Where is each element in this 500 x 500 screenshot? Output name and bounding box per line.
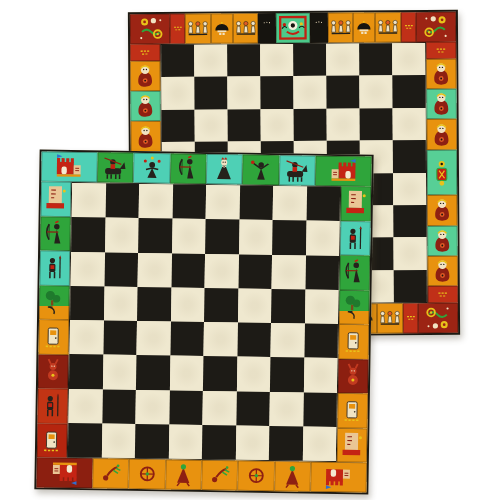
- board-square: [235, 425, 269, 460]
- board-square: [170, 321, 204, 356]
- marks-icon: [131, 45, 159, 61]
- border-tile-doll: [130, 61, 160, 92]
- board-square: [238, 254, 272, 289]
- board-square: [137, 287, 171, 322]
- border-tile-acro2: [238, 461, 275, 492]
- juggler-icon: [135, 154, 169, 182]
- doll-icon: [428, 196, 456, 224]
- border-tile-king: [206, 154, 243, 185]
- rabbit-icon: [39, 355, 67, 387]
- border-tile-acro1: [201, 460, 238, 491]
- acro2-icon: [239, 462, 273, 490]
- board-square: [236, 357, 270, 392]
- board-square: [260, 76, 293, 109]
- board-square: [269, 426, 303, 461]
- board-square: [237, 323, 271, 358]
- board-square: [171, 253, 205, 288]
- board-square: [272, 255, 306, 290]
- board-square: [169, 390, 203, 425]
- board-square: [72, 183, 106, 218]
- acro3-icon: [275, 462, 309, 490]
- border-tile-dollsRow: [377, 303, 403, 333]
- archer-icon: [341, 257, 369, 289]
- border-tile-dollsRow: [327, 13, 353, 43]
- border-tile-blackdots: [310, 13, 327, 43]
- board-square: [161, 45, 194, 78]
- dollsRow-icon: [233, 14, 257, 42]
- board-square: [205, 219, 239, 254]
- archer-icon: [41, 217, 69, 249]
- corner-tile-tl: [130, 14, 170, 44]
- board-square: [393, 173, 426, 206]
- vase-icon: [428, 151, 456, 193]
- board-border-left: [37, 181, 71, 457]
- rider-icon: [99, 154, 133, 182]
- doll-icon: [428, 120, 456, 148]
- border-tile-rabbit: [38, 354, 69, 389]
- border-tile-door: [38, 319, 69, 354]
- board-square: [204, 288, 238, 323]
- board-square: [271, 289, 305, 324]
- border-tile-acro1: [92, 458, 129, 489]
- play-area: [67, 182, 341, 462]
- border-tile-marks: [170, 14, 185, 44]
- acro2-icon: [130, 460, 164, 488]
- board-square: [139, 184, 173, 219]
- castle-icon: [43, 153, 95, 181]
- border-tile-blackdots: [258, 13, 275, 43]
- border-tile-archer: [40, 216, 71, 251]
- board-border-bottom: [36, 457, 366, 492]
- border-tile-archer: [340, 255, 371, 290]
- border-tile-doll: [427, 225, 457, 256]
- border-tile-tree: [39, 285, 70, 320]
- border-tile-vase: [427, 150, 457, 196]
- board-border-right: [337, 186, 371, 462]
- board-square: [103, 320, 137, 355]
- board-square: [102, 355, 136, 390]
- board-square: [392, 75, 425, 108]
- board-square: [70, 286, 104, 321]
- board-square: [168, 424, 202, 459]
- border-tile-dollsRow: [375, 12, 401, 42]
- border-tile-rider: [279, 155, 316, 186]
- board-square: [169, 356, 203, 391]
- border-tile-castleBase: [337, 428, 368, 463]
- dollsRow-icon: [378, 304, 402, 332]
- board-square: [104, 286, 138, 321]
- board-square: [202, 425, 236, 460]
- board-square: [227, 44, 260, 77]
- castle-icon: [317, 157, 369, 185]
- product-photo-stage: [0, 0, 500, 500]
- border-tile-jester: [242, 155, 279, 186]
- marks-icon: [429, 287, 457, 303]
- tree-icon: [40, 286, 68, 318]
- front-board: [34, 149, 373, 494]
- border-tile-door: [37, 423, 68, 458]
- board-square: [237, 288, 271, 323]
- board-square: [306, 221, 340, 256]
- doll-icon: [427, 60, 455, 88]
- board-square: [205, 254, 239, 289]
- rider-icon: [280, 156, 314, 184]
- board-square: [171, 287, 205, 322]
- doll-icon: [429, 257, 457, 285]
- dollsRow-icon: [376, 13, 400, 41]
- soldier-icon: [39, 390, 67, 422]
- board-square: [270, 357, 304, 392]
- board-square: [195, 109, 228, 142]
- castle-icon: [39, 459, 91, 487]
- board-square: [326, 44, 359, 77]
- board-square: [260, 44, 293, 77]
- board-square: [272, 220, 306, 255]
- door-icon: [339, 395, 367, 427]
- soldier-icon: [341, 222, 369, 254]
- border-tile-doll: [427, 119, 457, 150]
- board-square: [261, 109, 294, 142]
- border-tile-soldier: [40, 250, 71, 285]
- board-square: [270, 323, 304, 358]
- border-tile-doll: [428, 256, 458, 287]
- corner-tile-tl: [41, 151, 97, 182]
- king-icon: [208, 155, 242, 183]
- board-border-top: [130, 12, 456, 44]
- board-square: [304, 324, 338, 359]
- acro1-icon: [203, 461, 237, 489]
- doll-icon: [131, 62, 159, 90]
- board-square: [273, 186, 307, 221]
- tree-icon: [340, 291, 368, 323]
- marks-icon: [427, 43, 455, 59]
- doll-icon: [429, 227, 457, 255]
- border-tile-dome: [211, 13, 233, 43]
- swirl-icon: [131, 15, 168, 43]
- board-square: [394, 270, 427, 303]
- board-square: [102, 389, 136, 424]
- border-tile-dollsRow: [232, 13, 258, 43]
- board-square: [105, 183, 139, 218]
- board-square: [138, 252, 172, 287]
- board-square: [359, 43, 392, 76]
- border-tile-rabbit: [338, 359, 369, 394]
- doll-icon: [132, 92, 160, 120]
- door-icon: [40, 321, 68, 353]
- castleBase-icon: [342, 188, 370, 220]
- jester-icon: [244, 156, 278, 184]
- border-tile-dollsRow: [185, 14, 211, 44]
- border-tile-door: [338, 324, 369, 359]
- dollsRow-icon: [186, 15, 210, 43]
- dome-icon: [354, 14, 374, 42]
- rabbit-icon: [339, 360, 367, 392]
- corner-tile-br: [418, 303, 458, 333]
- border-tile-marks: [130, 44, 160, 61]
- border-tile-rider: [97, 152, 134, 183]
- board-square: [392, 43, 425, 76]
- board-square: [206, 185, 240, 220]
- door-icon: [340, 326, 368, 358]
- board-square: [293, 44, 326, 77]
- board-square: [305, 255, 339, 290]
- marks-icon: [403, 304, 417, 332]
- board-square: [194, 44, 227, 77]
- doll-icon: [132, 123, 160, 151]
- board-square: [239, 186, 273, 221]
- eye-icon: [277, 14, 309, 42]
- corner-tile-bl: [36, 457, 92, 488]
- corner-tile-tr: [416, 12, 456, 42]
- soldier-icon: [41, 252, 69, 284]
- board-square: [203, 322, 237, 357]
- board-square: [69, 354, 103, 389]
- board-square: [138, 218, 172, 253]
- border-tile-tree: [339, 290, 370, 325]
- board-square: [68, 423, 102, 458]
- board-square: [302, 426, 336, 461]
- border-tile-castleBase: [41, 181, 72, 216]
- board-square: [303, 358, 337, 393]
- board-square: [69, 320, 103, 355]
- board-square: [393, 108, 426, 141]
- board-square: [71, 217, 105, 252]
- board-square: [172, 184, 206, 219]
- border-tile-marks: [428, 286, 458, 303]
- board-square: [136, 355, 170, 390]
- board-square: [326, 76, 359, 109]
- board-square: [227, 77, 260, 110]
- dome-icon: [212, 15, 232, 43]
- border-tile-marks: [426, 42, 456, 59]
- border-tile-acro3: [165, 459, 202, 490]
- board-border-top: [41, 151, 371, 186]
- castle-icon: [313, 463, 365, 491]
- board-square: [172, 219, 206, 254]
- board-square: [303, 392, 337, 427]
- board-square: [203, 356, 237, 391]
- board-square: [135, 424, 169, 459]
- board-square: [269, 392, 303, 427]
- border-tile-archer: [170, 153, 207, 184]
- corner-tile-br: [310, 462, 366, 493]
- board-square: [202, 390, 236, 425]
- border-tile-doll: [131, 121, 161, 152]
- board-square: [228, 109, 261, 142]
- border-tile-doll: [426, 59, 456, 90]
- board-square: [359, 76, 392, 109]
- board-square: [393, 140, 426, 173]
- border-tile-doll: [427, 195, 457, 226]
- castleBase-icon: [42, 183, 70, 215]
- swirl-icon: [417, 13, 454, 41]
- archer-icon: [171, 155, 205, 183]
- blackdots-icon: [259, 14, 275, 42]
- board-square: [136, 321, 170, 356]
- board-square: [327, 108, 360, 141]
- board-square: [236, 391, 270, 426]
- board-square: [104, 252, 138, 287]
- marks-icon: [171, 15, 185, 43]
- board-square: [239, 220, 273, 255]
- border-tile-juggler: [134, 153, 171, 184]
- board-square: [71, 251, 105, 286]
- board-middle: [37, 181, 371, 462]
- dollsRow-icon: [328, 14, 352, 42]
- board-square: [135, 389, 169, 424]
- border-tile-soldier: [340, 221, 371, 256]
- board-square: [101, 423, 135, 458]
- board-square: [161, 77, 194, 110]
- board-square: [194, 77, 227, 110]
- door-icon: [38, 424, 66, 456]
- board-square: [393, 237, 426, 270]
- board-square: [306, 187, 340, 222]
- board-square: [105, 218, 139, 253]
- doll-icon: [428, 90, 456, 118]
- board-square: [393, 205, 426, 238]
- acro3-icon: [166, 461, 200, 489]
- swirl-icon: [420, 304, 457, 332]
- border-tile-door: [337, 393, 368, 428]
- marks-icon: [401, 13, 415, 41]
- board-square: [294, 109, 327, 142]
- board-square: [68, 388, 102, 423]
- board-square: [360, 108, 393, 141]
- border-tile-acro2: [129, 459, 166, 490]
- border-tile-doll: [426, 89, 456, 120]
- board-square: [304, 289, 338, 324]
- border-tile-eye: [276, 13, 311, 43]
- board-border-right: [426, 42, 458, 303]
- border-tile-doll: [130, 91, 160, 122]
- board-square: [293, 76, 326, 109]
- border-tile-acro3: [274, 461, 311, 492]
- border-tile-marks: [401, 12, 416, 42]
- border-tile-marks: [403, 303, 418, 333]
- castleBase-icon: [338, 429, 366, 461]
- border-tile-dome: [353, 12, 375, 42]
- board-square: [162, 109, 195, 142]
- border-tile-castleBase: [341, 186, 372, 221]
- blackdots-icon: [311, 14, 327, 42]
- acro1-icon: [94, 459, 128, 487]
- border-tile-soldier: [37, 388, 68, 423]
- corner-tile-tr: [315, 156, 371, 187]
